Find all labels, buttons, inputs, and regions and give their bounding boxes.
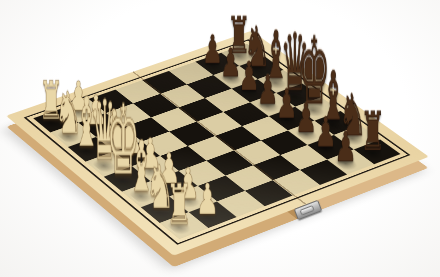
piece-white-pawn[interactable]: ♟ — [196, 177, 219, 220]
piece-black-rook[interactable]: ♜ — [360, 104, 385, 157]
board-frame: ♜♞♝♛♚♝♞♜♟♟♟♟♟♟♟♟♟♟♟♟♟♟♟♟♜♞♝♛♚♝♞♜ — [6, 31, 429, 256]
product-photo-scene: ♜♞♝♛♚♝♞♜♟♟♟♟♟♟♟♟♟♟♟♟♟♟♟♟♜♞♝♛♚♝♞♜ — [0, 0, 440, 277]
piece-black-pawn[interactable]: ♟ — [314, 111, 336, 152]
chess-board: ♜♞♝♛♚♝♞♜♟♟♟♟♟♟♟♟♟♟♟♟♟♟♟♟♜♞♝♛♚♝♞♜ — [6, 31, 429, 256]
board-border-line: ♜♞♝♛♚♝♞♜♟♟♟♟♟♟♟♟♟♟♟♟♟♟♟♟♜♞♝♛♚♝♞♜ — [24, 39, 411, 245]
piece-black-pawn[interactable]: ♟ — [334, 126, 357, 167]
board-grid: ♜♞♝♛♚♝♞♜♟♟♟♟♟♟♟♟♟♟♟♟♟♟♟♟♜♞♝♛♚♝♞♜ — [33, 44, 400, 239]
piece-white-rook[interactable]: ♜ — [166, 176, 192, 232]
